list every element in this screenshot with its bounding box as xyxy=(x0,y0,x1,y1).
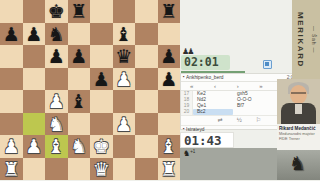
black-queen-f6[interactable]: ♛ xyxy=(113,45,136,68)
channel-banner: MERIKARD — Šah — xyxy=(292,0,320,79)
square-e4[interactable] xyxy=(90,90,113,113)
square-c5[interactable] xyxy=(45,68,68,91)
photo-face xyxy=(290,85,307,104)
square-g5[interactable] xyxy=(135,68,158,91)
square-h5[interactable]: ♟ xyxy=(158,68,181,91)
square-b7[interactable]: ♟ xyxy=(23,23,46,46)
black-move-20 xyxy=(233,109,273,115)
square-f7[interactable]: ♝ xyxy=(113,23,136,46)
black-player-name[interactable]: Ankhipenko_berd xyxy=(186,75,287,80)
resign-icon[interactable]: ⚐ xyxy=(256,117,261,123)
square-f8[interactable] xyxy=(113,0,136,23)
square-c3[interactable]: ♞ xyxy=(45,113,68,136)
white-move-20[interactable]: Bc2 xyxy=(193,109,233,115)
knight-silhouette-icon: ♞ xyxy=(289,154,306,173)
square-a5[interactable] xyxy=(0,68,23,91)
white-captured-material: ♞+1 xyxy=(183,150,195,158)
square-a2[interactable]: ♟ xyxy=(0,135,23,158)
black-king-c8[interactable]: ♚ xyxy=(45,0,68,23)
photo-glasses xyxy=(291,92,306,94)
square-d2[interactable]: ♞ xyxy=(68,135,91,158)
square-d6[interactable]: ♟ xyxy=(68,45,91,68)
black-pawn-h6[interactable]: ♟ xyxy=(158,45,181,68)
white-rook-h1[interactable]: ♜ xyxy=(158,158,181,181)
square-f4[interactable] xyxy=(113,90,136,113)
square-c8[interactable]: ♚ xyxy=(45,0,68,23)
tv-icon[interactable] xyxy=(263,60,272,69)
square-a1[interactable]: ♜ xyxy=(0,158,23,181)
square-c2[interactable]: ♝ xyxy=(45,135,68,158)
white-rook-a1[interactable]: ♜ xyxy=(0,158,23,181)
next-move-icon[interactable]: › xyxy=(237,83,239,89)
square-b8[interactable] xyxy=(23,0,46,23)
black-clock: 02:01 xyxy=(181,55,230,70)
banner-title: MERIKARD xyxy=(292,0,309,79)
square-a6[interactable] xyxy=(0,45,23,68)
chess-board[interactable]: ♚♜♜♟♟♞♝♟♟♛♟♟♟♟♟♝♞♟♟♟♝♞♚♝♜♛♜ xyxy=(0,0,180,180)
square-e3[interactable] xyxy=(90,113,113,136)
white-pawn-b2[interactable]: ♟ xyxy=(23,135,46,158)
square-b6[interactable] xyxy=(23,45,46,68)
white-knight-c3[interactable]: ♞ xyxy=(45,113,68,136)
square-e5[interactable]: ♟ xyxy=(90,68,113,91)
black-knight-c7[interactable]: ♞ xyxy=(45,23,68,46)
white-pawn-a2[interactable]: ♟ xyxy=(0,135,23,158)
square-d8[interactable]: ♜ xyxy=(68,0,91,23)
square-g3[interactable] xyxy=(135,113,158,136)
square-e7[interactable] xyxy=(90,23,113,46)
square-e2[interactable]: ♚ xyxy=(90,135,113,158)
square-c6[interactable]: ♟ xyxy=(45,45,68,68)
square-f2[interactable] xyxy=(113,135,136,158)
square-e1[interactable]: ♛ xyxy=(90,158,113,181)
square-f5[interactable]: ♟ xyxy=(113,68,136,91)
last-move-icon[interactable]: » xyxy=(259,83,262,89)
white-pawn-f3[interactable]: ♟ xyxy=(113,113,136,136)
square-b1[interactable] xyxy=(23,158,46,181)
black-bishop-f7[interactable]: ♝ xyxy=(113,23,136,46)
square-g2[interactable] xyxy=(135,135,158,158)
square-c7[interactable]: ♞ xyxy=(45,23,68,46)
square-g6[interactable] xyxy=(135,45,158,68)
square-g4[interactable] xyxy=(135,90,158,113)
square-h8[interactable]: ♜ xyxy=(158,0,181,23)
square-c1[interactable] xyxy=(45,158,68,181)
square-h7[interactable] xyxy=(158,23,181,46)
material-advantage: +1 xyxy=(190,149,195,154)
takeback-icon[interactable]: ⇄ xyxy=(218,117,223,123)
square-h4[interactable] xyxy=(158,90,181,113)
photo-shirt xyxy=(295,104,302,114)
square-e8[interactable] xyxy=(90,0,113,23)
square-a7[interactable]: ♟ xyxy=(0,23,23,46)
commentator-photo xyxy=(277,79,320,124)
black-rook-d8[interactable]: ♜ xyxy=(68,0,91,23)
square-h1[interactable]: ♜ xyxy=(158,158,181,181)
square-b4[interactable] xyxy=(23,90,46,113)
white-knight-d2[interactable]: ♞ xyxy=(68,135,91,158)
square-a3[interactable] xyxy=(0,113,23,136)
square-b2[interactable]: ♟ xyxy=(23,135,46,158)
square-e6[interactable] xyxy=(90,45,113,68)
square-h6[interactable]: ♟ xyxy=(158,45,181,68)
square-f3[interactable]: ♟ xyxy=(113,113,136,136)
move-number: 20 xyxy=(181,109,193,115)
white-move-19[interactable]: Qe1 xyxy=(193,103,233,109)
square-d1[interactable] xyxy=(68,158,91,181)
black-pawn-h5[interactable]: ♟ xyxy=(158,68,181,91)
banner-subtitle: — Šah — xyxy=(308,0,320,79)
square-h2[interactable]: ♝ xyxy=(158,135,181,158)
commentator-title-2: FIDE Trener xyxy=(277,137,320,142)
square-g1[interactable] xyxy=(135,158,158,181)
white-bishop-c2[interactable]: ♝ xyxy=(45,135,68,158)
commentator-info: Rikard Medančić Međunarodni majstor FIDE… xyxy=(277,124,320,150)
white-bishop-h2[interactable]: ♝ xyxy=(158,135,181,158)
square-d3[interactable] xyxy=(68,113,91,136)
offer-draw-icon[interactable]: ½ xyxy=(237,117,242,123)
black-pawn-b7[interactable]: ♟ xyxy=(23,23,46,46)
square-c4[interactable]: ♟ xyxy=(45,90,68,113)
black-bishop-d4[interactable]: ♝ xyxy=(68,90,91,113)
square-g8[interactable] xyxy=(135,0,158,23)
chess-piece-photo: ♞ xyxy=(277,150,320,180)
prev-move-icon[interactable]: ‹ xyxy=(214,83,216,89)
white-clock: 01:43 xyxy=(180,132,234,149)
square-d7[interactable] xyxy=(68,23,91,46)
black-pawn-a7[interactable]: ♟ xyxy=(0,23,23,46)
square-a8[interactable] xyxy=(0,0,23,23)
black-pawn-e5[interactable]: ♟ xyxy=(90,68,113,91)
square-h3[interactable] xyxy=(158,113,181,136)
first-move-icon[interactable]: « xyxy=(190,83,193,89)
square-f6[interactable]: ♛ xyxy=(113,45,136,68)
square-f1[interactable] xyxy=(113,158,136,181)
square-d5[interactable] xyxy=(68,68,91,91)
square-d4[interactable]: ♝ xyxy=(68,90,91,113)
white-pawn-f5[interactable]: ♟ xyxy=(113,68,136,91)
white-king-e2[interactable]: ♚ xyxy=(90,135,113,158)
black-rook-h8[interactable]: ♜ xyxy=(158,0,181,23)
square-a4[interactable] xyxy=(0,90,23,113)
square-b5[interactable] xyxy=(23,68,46,91)
white-queen-e1[interactable]: ♛ xyxy=(90,158,113,181)
black-pawn-c6[interactable]: ♟ xyxy=(45,45,68,68)
black-pawn-d6[interactable]: ♟ xyxy=(68,45,91,68)
white-pawn-c4[interactable]: ♟ xyxy=(45,90,68,113)
black-player-icon: ▪ xyxy=(183,75,185,80)
square-g7[interactable] xyxy=(135,23,158,46)
square-b3[interactable] xyxy=(23,113,46,136)
